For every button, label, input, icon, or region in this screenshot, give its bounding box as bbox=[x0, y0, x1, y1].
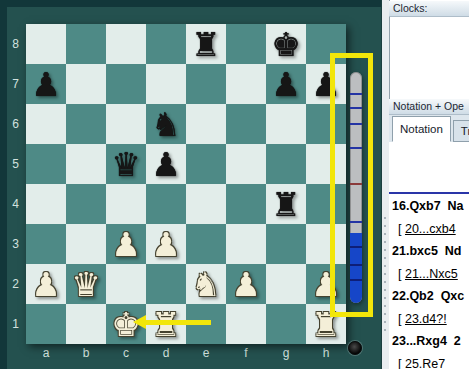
square-c7[interactable] bbox=[106, 64, 146, 104]
square-a2[interactable]: ♟ bbox=[26, 264, 66, 304]
variation-bracket: [ bbox=[398, 222, 405, 236]
rank-label-4: 4 bbox=[7, 184, 24, 224]
chess-app-window: 87654321 abcdefgh ♜♚♟♟♟♞♛♟♜♟♟♟♛♞♟♟♚♜♜ Cl… bbox=[0, 0, 469, 369]
file-label-c: c bbox=[106, 346, 146, 362]
move-text[interactable]: 20...cxb4 bbox=[405, 222, 456, 236]
rank-label-8: 8 bbox=[7, 24, 24, 64]
rank-label-6: 6 bbox=[7, 104, 24, 144]
notation-tab-bar: NotationTra bbox=[389, 115, 469, 142]
move-text[interactable]: 23.d4?! bbox=[405, 312, 447, 326]
square-a8[interactable] bbox=[26, 24, 66, 64]
white-queen-b2[interactable]: ♛ bbox=[66, 264, 106, 304]
square-f8[interactable] bbox=[226, 24, 266, 64]
square-b1[interactable] bbox=[66, 304, 106, 344]
variation-line[interactable]: [ 23.d4?! bbox=[389, 308, 469, 331]
black-pawn-a7[interactable]: ♟ bbox=[26, 64, 66, 104]
move-text[interactable]: 21...Nxc5 bbox=[405, 267, 458, 281]
square-b7[interactable] bbox=[66, 64, 106, 104]
square-c6[interactable] bbox=[106, 104, 146, 144]
rank-label-1: 1 bbox=[7, 304, 24, 344]
square-a4[interactable] bbox=[26, 184, 66, 224]
black-knight-d6[interactable]: ♞ bbox=[146, 104, 186, 144]
black-rook-e8[interactable]: ♜ bbox=[186, 24, 226, 64]
square-c3[interactable]: ♟ bbox=[106, 224, 146, 264]
square-a6[interactable] bbox=[26, 104, 66, 144]
tab-tra[interactable]: Tra bbox=[453, 120, 469, 142]
square-f7[interactable] bbox=[226, 64, 266, 104]
move-text[interactable]: 16.Qxb7 Na bbox=[392, 199, 464, 213]
square-a1[interactable] bbox=[26, 304, 66, 344]
square-d5[interactable]: ♟ bbox=[146, 144, 186, 184]
square-e7[interactable] bbox=[186, 64, 226, 104]
square-e3[interactable] bbox=[186, 224, 226, 264]
square-a3[interactable] bbox=[26, 224, 66, 264]
splitter-grip-dots bbox=[384, 217, 386, 333]
rank-label-3: 3 bbox=[7, 224, 24, 264]
rank-label-7: 7 bbox=[7, 64, 24, 104]
black-pawn-d5[interactable]: ♟ bbox=[146, 144, 186, 184]
square-c5[interactable]: ♛ bbox=[106, 144, 146, 184]
square-c2[interactable] bbox=[106, 264, 146, 304]
square-f6[interactable] bbox=[226, 104, 266, 144]
variation-bracket: [ bbox=[398, 312, 405, 326]
last-move-arrow-head bbox=[133, 315, 146, 329]
white-pawn-d3[interactable]: ♟ bbox=[146, 224, 186, 264]
square-d8[interactable] bbox=[146, 24, 186, 64]
square-e2[interactable]: ♞ bbox=[186, 264, 226, 304]
square-e5[interactable] bbox=[186, 144, 226, 184]
square-e8[interactable]: ♜ bbox=[186, 24, 226, 64]
file-label-g: g bbox=[266, 346, 306, 362]
move-line[interactable]: 16.Qxb7 Na bbox=[389, 195, 469, 218]
move-text[interactable]: 25.Re7 bbox=[405, 357, 445, 369]
square-b2[interactable]: ♛ bbox=[66, 264, 106, 304]
move-text[interactable]: 21.bxc5 Nd bbox=[392, 244, 461, 258]
move-list: 16.Qxb7 Na[ 20...cxb421.bxc5 Nd[ 21...Nx… bbox=[389, 195, 469, 369]
square-g5[interactable] bbox=[266, 144, 306, 184]
square-c8[interactable] bbox=[106, 24, 146, 64]
variation-line[interactable]: [ 21...Nxc5 bbox=[389, 263, 469, 286]
rank-label-5: 5 bbox=[7, 144, 24, 184]
move-text[interactable]: 23...Rxg4 2 bbox=[392, 334, 461, 348]
notation-openings-header: Notation + Ope bbox=[389, 99, 469, 115]
square-f1[interactable] bbox=[226, 304, 266, 344]
window-border-left bbox=[0, 0, 7, 369]
square-f4[interactable] bbox=[226, 184, 266, 224]
window-border-top bbox=[0, 0, 381, 7]
move-line[interactable]: 22.Qb2 Qxc bbox=[389, 285, 469, 308]
rank-label-2: 2 bbox=[7, 264, 24, 304]
square-c4[interactable] bbox=[106, 184, 146, 224]
black-king-g8[interactable]: ♚ bbox=[266, 24, 306, 64]
last-move-arrow-line bbox=[144, 320, 211, 325]
white-knight-e2[interactable]: ♞ bbox=[186, 264, 226, 304]
move-text[interactable]: 22.Qb2 Qxc bbox=[392, 289, 464, 303]
file-label-e: e bbox=[186, 346, 226, 362]
square-a7[interactable]: ♟ bbox=[26, 64, 66, 104]
white-pawn-a2[interactable]: ♟ bbox=[26, 264, 66, 304]
variation-line[interactable]: [ 20...cxb4 bbox=[389, 218, 469, 241]
move-line[interactable]: 23...Rxg4 2 bbox=[389, 330, 469, 353]
square-b8[interactable] bbox=[66, 24, 106, 64]
square-f5[interactable] bbox=[226, 144, 266, 184]
square-d2[interactable] bbox=[146, 264, 186, 304]
square-f3[interactable] bbox=[226, 224, 266, 264]
side-to-move-indicator[interactable] bbox=[348, 341, 362, 355]
black-rook-g4[interactable]: ♜ bbox=[266, 184, 306, 224]
variation-bracket: [ bbox=[398, 357, 405, 369]
square-g1[interactable] bbox=[266, 304, 306, 344]
file-label-h: h bbox=[306, 346, 346, 362]
file-label-b: b bbox=[66, 346, 106, 362]
file-label-a: a bbox=[26, 346, 66, 362]
yellow-highlight-rect bbox=[330, 53, 373, 317]
move-line[interactable]: 21.bxc5 Nd bbox=[389, 240, 469, 263]
chess-board[interactable]: ♜♚♟♟♟♞♛♟♜♟♟♟♛♞♟♟♚♜♜ bbox=[26, 24, 346, 344]
square-b5[interactable] bbox=[66, 144, 106, 184]
square-g6[interactable] bbox=[266, 104, 306, 144]
square-e6[interactable] bbox=[186, 104, 226, 144]
square-a5[interactable] bbox=[26, 144, 66, 184]
black-queen-c5[interactable]: ♛ bbox=[106, 144, 146, 184]
white-pawn-f2[interactable]: ♟ bbox=[226, 264, 266, 304]
square-f2[interactable]: ♟ bbox=[226, 264, 266, 304]
variation-bracket: [ bbox=[398, 267, 405, 281]
square-b3[interactable] bbox=[66, 224, 106, 264]
file-label-d: d bbox=[146, 346, 186, 362]
notation-pane[interactable]: 16.Qxb7 Na[ 20...cxb421.bxc5 Nd[ 21...Nx… bbox=[389, 142, 469, 369]
variation-line[interactable]: [ 25.Re7 bbox=[389, 353, 469, 369]
square-d4[interactable] bbox=[146, 184, 186, 224]
square-e4[interactable] bbox=[186, 184, 226, 224]
square-b4[interactable] bbox=[66, 184, 106, 224]
black-pawn-g7[interactable]: ♟ bbox=[266, 64, 306, 104]
square-g2[interactable] bbox=[266, 264, 306, 304]
clocks-header: Clocks: bbox=[389, 1, 469, 17]
square-d7[interactable] bbox=[146, 64, 186, 104]
square-d6[interactable]: ♞ bbox=[146, 104, 186, 144]
square-d3[interactable]: ♟ bbox=[146, 224, 186, 264]
square-g4[interactable]: ♜ bbox=[266, 184, 306, 224]
square-b6[interactable] bbox=[66, 104, 106, 144]
tab-notation[interactable]: Notation bbox=[392, 116, 451, 142]
square-g7[interactable]: ♟ bbox=[266, 64, 306, 104]
square-g8[interactable]: ♚ bbox=[266, 24, 306, 64]
square-g3[interactable] bbox=[266, 224, 306, 264]
white-pawn-c3[interactable]: ♟ bbox=[106, 224, 146, 264]
notation-separator-line bbox=[389, 192, 469, 194]
file-label-f: f bbox=[226, 346, 266, 362]
